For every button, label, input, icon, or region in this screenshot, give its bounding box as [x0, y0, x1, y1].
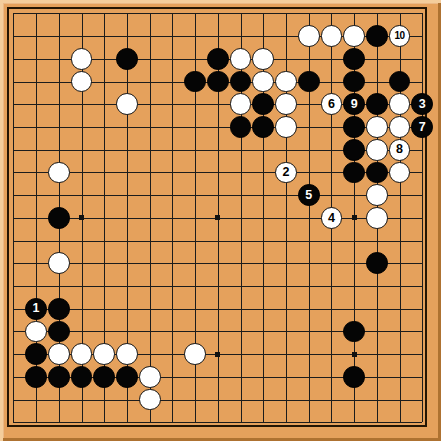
white-stone	[93, 343, 115, 365]
black-stone	[230, 71, 252, 93]
black-stone	[207, 71, 229, 93]
white-stone	[366, 116, 388, 138]
black-stone	[25, 366, 47, 388]
black-stone	[71, 366, 93, 388]
black-stone	[366, 93, 388, 115]
white-stone	[230, 93, 252, 115]
black-stone	[207, 48, 229, 70]
black-stone	[116, 48, 138, 70]
white-stone	[252, 48, 274, 70]
black-stone	[343, 48, 365, 70]
black-stone	[366, 252, 388, 274]
white-stone	[71, 343, 93, 365]
white-stone	[25, 321, 47, 343]
white-stone	[184, 343, 206, 365]
white-stone	[366, 139, 388, 161]
white-stone-move-4: 4	[321, 207, 343, 229]
white-stone	[275, 93, 297, 115]
go-board: 10693782541	[0, 0, 441, 441]
black-stone	[343, 162, 365, 184]
black-stone	[48, 321, 70, 343]
black-stone	[343, 366, 365, 388]
white-stone-move-6: 6	[321, 93, 343, 115]
white-stone	[71, 48, 93, 70]
black-stone	[230, 116, 252, 138]
black-stone	[116, 366, 138, 388]
black-stone	[389, 71, 411, 93]
white-stone	[116, 343, 138, 365]
white-stone	[252, 71, 274, 93]
white-stone	[230, 48, 252, 70]
black-stone	[252, 93, 274, 115]
white-stone	[139, 389, 161, 411]
white-stone	[275, 116, 297, 138]
white-stone	[389, 116, 411, 138]
black-stone	[48, 207, 70, 229]
black-stone	[343, 321, 365, 343]
white-stone	[116, 93, 138, 115]
white-stone	[389, 93, 411, 115]
white-stone	[48, 162, 70, 184]
black-stone	[184, 71, 206, 93]
white-stone	[343, 25, 365, 47]
black-stone	[25, 343, 47, 365]
stone-grid: 10693782541	[2, 2, 434, 434]
white-stone	[321, 25, 343, 47]
black-stone	[366, 162, 388, 184]
black-stone-move-9: 9	[343, 93, 365, 115]
black-stone-move-5: 5	[298, 184, 320, 206]
black-stone	[366, 25, 388, 47]
black-stone	[93, 366, 115, 388]
white-stone-move-10: 10	[389, 25, 411, 47]
white-stone-move-2: 2	[275, 162, 297, 184]
black-stone	[298, 71, 320, 93]
black-stone	[48, 366, 70, 388]
white-stone	[139, 366, 161, 388]
black-stone-move-3: 3	[411, 93, 433, 115]
white-stone	[48, 343, 70, 365]
white-stone	[275, 71, 297, 93]
black-stone	[343, 139, 365, 161]
white-stone	[389, 162, 411, 184]
white-stone	[366, 184, 388, 206]
black-stone	[252, 116, 274, 138]
white-stone	[366, 207, 388, 229]
black-stone	[48, 298, 70, 320]
black-stone-move-7: 7	[411, 116, 433, 138]
black-stone-move-1: 1	[25, 298, 47, 320]
black-stone	[343, 116, 365, 138]
white-stone	[298, 25, 320, 47]
white-stone	[71, 71, 93, 93]
white-stone-move-8: 8	[389, 139, 411, 161]
white-stone	[48, 252, 70, 274]
black-stone	[343, 71, 365, 93]
